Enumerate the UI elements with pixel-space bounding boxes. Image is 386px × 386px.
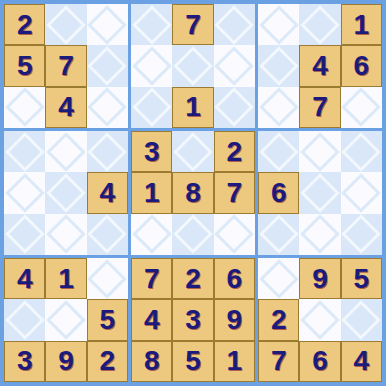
cell-r5c2[interactable] [45,172,86,213]
sudoku-box-4: 4 [4,131,128,255]
sudoku-box-9: 952764 [258,258,382,382]
cell-r6c6[interactable] [214,214,255,255]
cell-r6c1[interactable] [4,214,45,255]
sudoku-box-5: 32187 [131,131,255,255]
cell-r4c1[interactable] [4,131,45,172]
cell-r8c9[interactable] [341,299,382,340]
cell-r9c5: 5 [172,341,213,382]
cell-r2c6[interactable] [214,45,255,86]
cell-r2c8: 4 [299,45,340,86]
cell-r2c1: 5 [4,45,45,86]
cell-r6c2[interactable] [45,214,86,255]
cell-r2c4[interactable] [131,45,172,86]
cell-r1c8[interactable] [299,4,340,45]
cell-r9c7: 7 [258,341,299,382]
cell-r5c6: 7 [214,172,255,213]
cell-r5c3: 4 [87,172,128,213]
cell-r8c2[interactable] [45,299,86,340]
cell-r1c1: 2 [4,4,45,45]
cell-r7c4: 7 [131,258,172,299]
cell-r9c3: 2 [87,341,128,382]
cell-r4c3[interactable] [87,131,128,172]
cell-r9c8: 6 [299,341,340,382]
sudoku-board: 25747114674321876415392726439851952764 [0,0,386,386]
cell-r3c3[interactable] [87,87,128,128]
cell-r6c4[interactable] [131,214,172,255]
cell-r1c6[interactable] [214,4,255,45]
sudoku-box-8: 726439851 [131,258,255,382]
cell-r9c9: 4 [341,341,382,382]
cell-r1c7[interactable] [258,4,299,45]
cell-r2c9: 6 [341,45,382,86]
cell-r4c2[interactable] [45,131,86,172]
cell-r1c2[interactable] [45,4,86,45]
cell-r2c3[interactable] [87,45,128,86]
sudoku-box-2: 71 [131,4,255,128]
cell-r4c6: 2 [214,131,255,172]
sudoku-box-6: 6 [258,131,382,255]
cell-r9c2: 9 [45,341,86,382]
cell-r4c5[interactable] [172,131,213,172]
cell-r8c1[interactable] [4,299,45,340]
cell-r4c9[interactable] [341,131,382,172]
cell-r6c8[interactable] [299,214,340,255]
cell-r1c3[interactable] [87,4,128,45]
cell-r1c5: 7 [172,4,213,45]
cell-r8c8[interactable] [299,299,340,340]
cell-r4c8[interactable] [299,131,340,172]
cell-r4c7[interactable] [258,131,299,172]
cell-r7c8: 9 [299,258,340,299]
cell-r7c3[interactable] [87,258,128,299]
cell-r2c2: 7 [45,45,86,86]
sudoku-box-7: 415392 [4,258,128,382]
cell-r9c6: 1 [214,341,255,382]
cell-r3c6[interactable] [214,87,255,128]
cell-r9c4: 8 [131,341,172,382]
cell-r1c9: 1 [341,4,382,45]
cell-r7c6: 6 [214,258,255,299]
sudoku-box-1: 2574 [4,4,128,128]
cell-r3c7[interactable] [258,87,299,128]
cell-r7c7[interactable] [258,258,299,299]
cell-r6c7[interactable] [258,214,299,255]
cell-r6c3[interactable] [87,214,128,255]
cell-r7c5: 2 [172,258,213,299]
cell-r2c5[interactable] [172,45,213,86]
cell-r3c4[interactable] [131,87,172,128]
cell-r7c2: 1 [45,258,86,299]
cell-r8c5: 3 [172,299,213,340]
cell-r7c9: 5 [341,258,382,299]
cell-r8c3: 5 [87,299,128,340]
cell-r7c1: 4 [4,258,45,299]
cell-r6c9[interactable] [341,214,382,255]
cell-r5c9[interactable] [341,172,382,213]
cell-r3c8: 7 [299,87,340,128]
cell-r4c4: 3 [131,131,172,172]
cell-r1c4[interactable] [131,4,172,45]
cell-r5c7: 6 [258,172,299,213]
cell-r3c2: 4 [45,87,86,128]
cell-r5c4: 1 [131,172,172,213]
cell-r3c5: 1 [172,87,213,128]
cell-r5c8[interactable] [299,172,340,213]
cell-r9c1: 3 [4,341,45,382]
cell-r6c5[interactable] [172,214,213,255]
cell-r8c7: 2 [258,299,299,340]
sudoku-box-3: 1467 [258,4,382,128]
cell-r3c9[interactable] [341,87,382,128]
cell-r8c4: 4 [131,299,172,340]
cell-r5c1[interactable] [4,172,45,213]
cell-r3c1[interactable] [4,87,45,128]
cell-r2c7[interactable] [258,45,299,86]
cell-r5c5: 8 [172,172,213,213]
cell-r8c6: 9 [214,299,255,340]
